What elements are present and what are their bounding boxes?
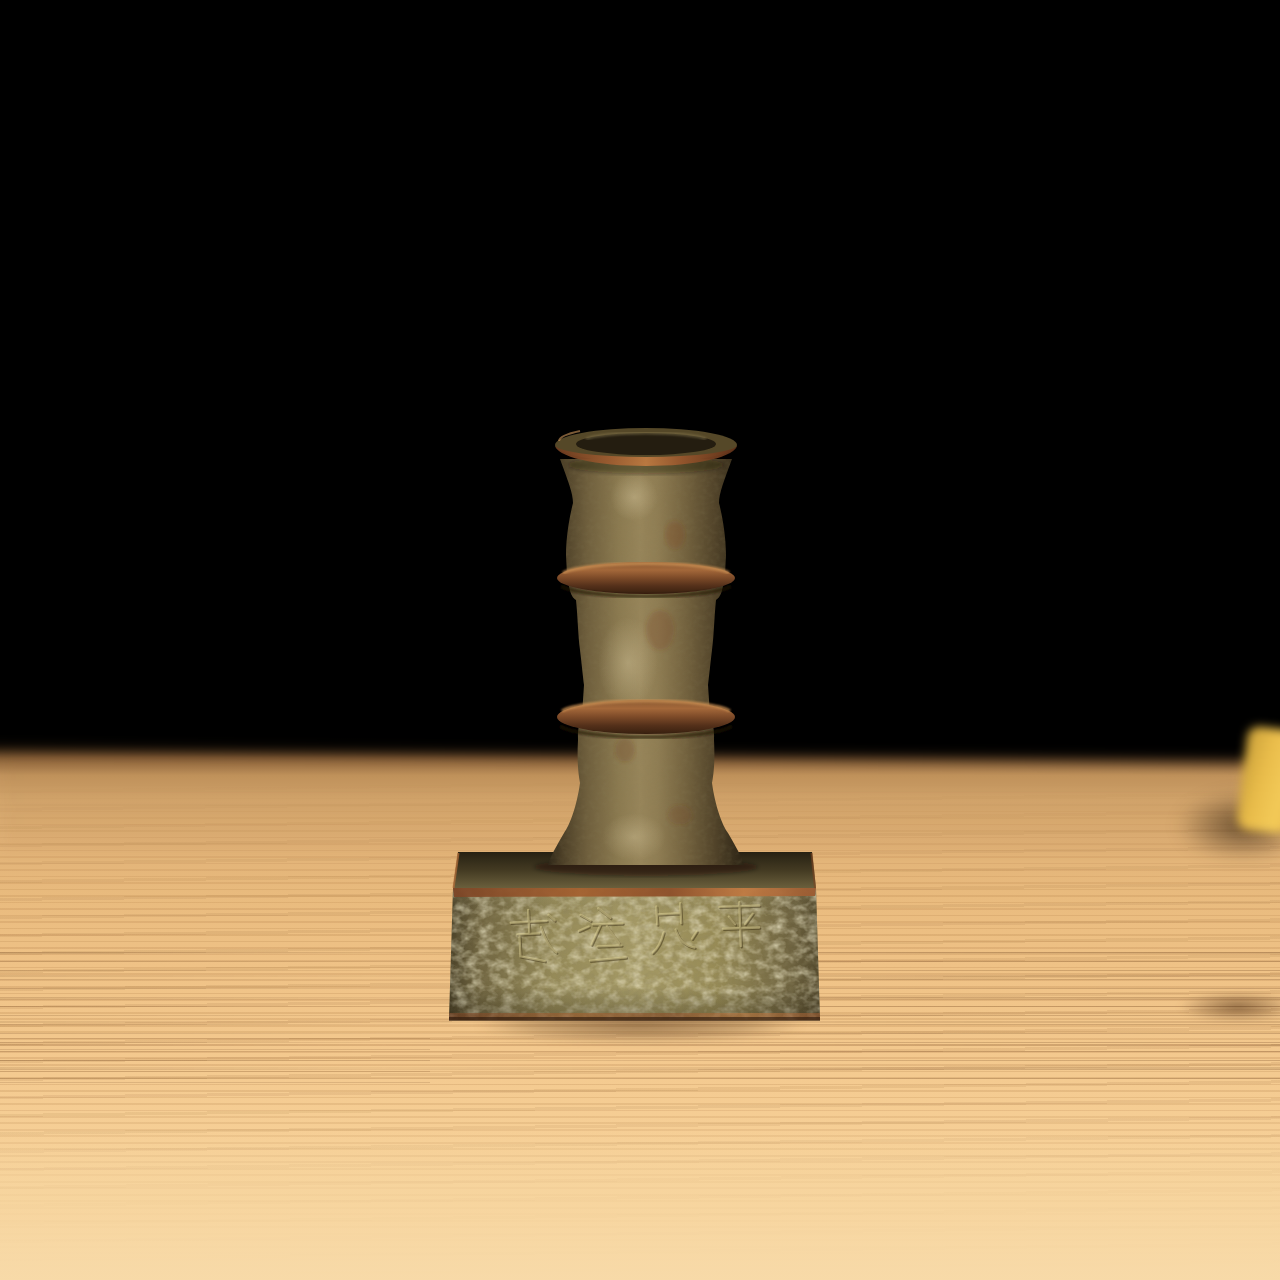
wood-knot-smudge xyxy=(1178,992,1280,1022)
seal-base-copper-top-edge xyxy=(453,888,816,897)
table-near-defocus-wash xyxy=(0,1130,1280,1280)
rust-patch xyxy=(646,610,674,650)
seal-base xyxy=(445,852,825,1025)
scene-photo xyxy=(0,0,1280,1280)
rust-patch xyxy=(665,521,685,549)
bamboo-node-ring-2 xyxy=(557,700,735,737)
seal-base-bottom-line xyxy=(449,1017,820,1021)
bronze-seal xyxy=(420,415,840,1045)
foot-highlight xyxy=(602,813,666,861)
rust-patch xyxy=(615,738,635,762)
wood-grain-streaks-left xyxy=(0,1038,430,1086)
seal-base-shading xyxy=(449,888,820,1020)
rust-patch xyxy=(668,805,692,825)
neck-highlight xyxy=(610,473,658,521)
bamboo-node-ring-1 xyxy=(557,562,735,596)
seal-handle xyxy=(540,428,755,878)
